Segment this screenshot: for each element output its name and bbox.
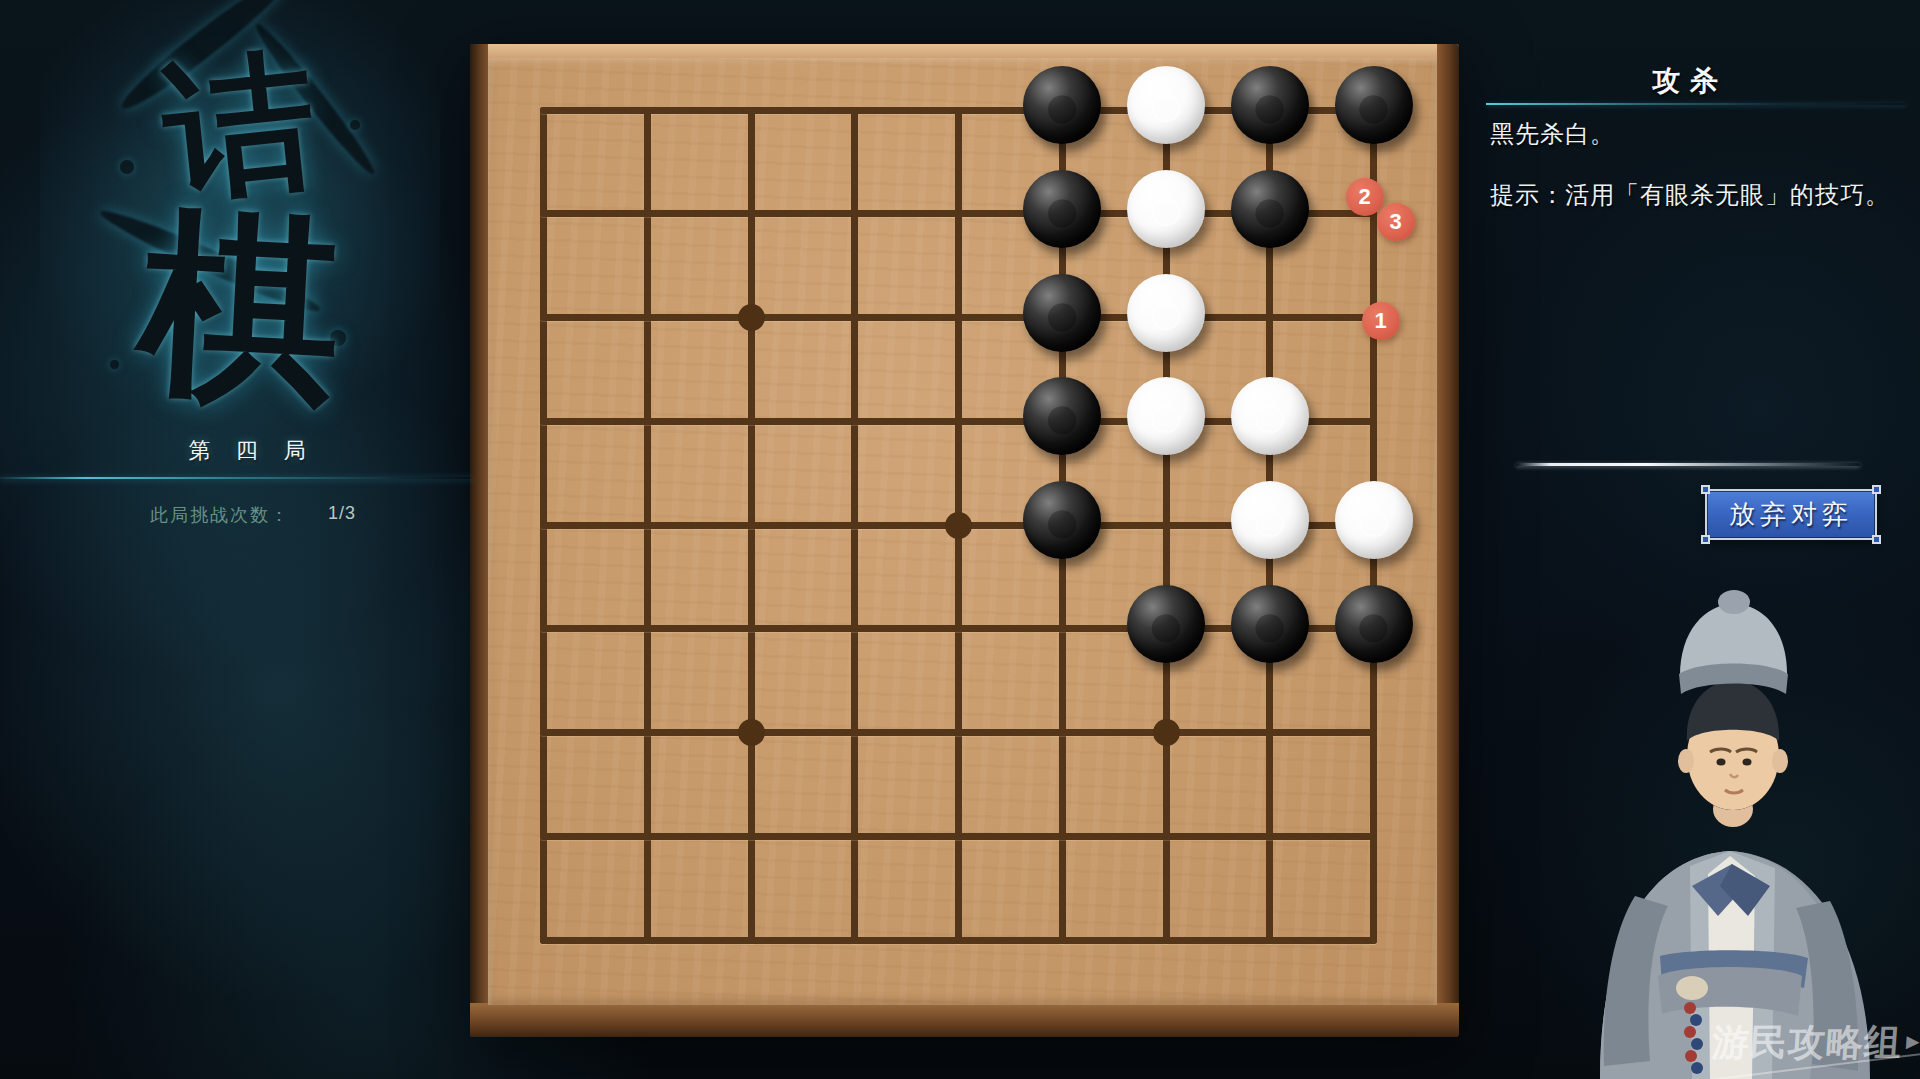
right-panel-divider <box>1486 103 1906 105</box>
left-panel-divider <box>0 477 472 479</box>
board-edge-right <box>1437 44 1459 1037</box>
board-surface[interactable] <box>488 58 1437 1005</box>
board-edge-bottom <box>470 1003 1459 1037</box>
character-illustration <box>1540 556 1920 1079</box>
button-corner-ornament <box>1701 535 1710 544</box>
calligraphy-char-qi: 棋 <box>133 170 347 450</box>
give-up-button[interactable]: 放弃对弈 <box>1705 489 1877 540</box>
watermark-logo: 游民攻略组► <box>1710 1018 1920 1068</box>
puzzle-mode-title: 攻杀 <box>1490 62 1890 100</box>
button-corner-ornament <box>1701 485 1710 494</box>
watermark-arrow-icon: ► <box>1901 1029 1920 1054</box>
round-title: 第 四 局 <box>62 436 442 466</box>
ink-splatter <box>110 360 119 369</box>
attempts-value: 1/3 <box>328 503 356 524</box>
ink-splatter <box>350 120 360 130</box>
attempts-label: 此局挑战次数： <box>150 503 290 527</box>
ink-splatter <box>120 160 134 174</box>
board-edge-left <box>470 44 488 1037</box>
watermark-text: 游民攻略组 <box>1711 1022 1904 1063</box>
puzzle-hint: 提示：活用「有眼杀无眼」的技巧。 <box>1490 176 1910 214</box>
give-up-button-label: 放弃对弈 <box>1729 497 1853 532</box>
go-board <box>470 44 1459 1037</box>
screen: ●○●●●○●●○●○○●○○●●●123 诘 棋 第 四 局 此局挑战次数： … <box>0 0 1920 1079</box>
button-corner-ornament <box>1872 485 1881 494</box>
puzzle-objective: 黑先杀白。 <box>1490 115 1910 153</box>
button-divider <box>1516 463 1860 466</box>
puzzle-calligraphy-art: 诘 棋 <box>70 0 410 440</box>
button-corner-ornament <box>1872 535 1881 544</box>
